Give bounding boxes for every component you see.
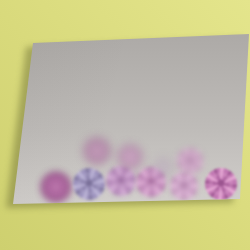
mizuhiki-knot (205, 168, 237, 200)
mizuhiki-knot (106, 166, 136, 196)
blurred-flower (83, 137, 111, 165)
mizuhiki-knot (177, 148, 203, 174)
photo-craft-flowers-under-sheet (0, 0, 250, 250)
pompom-flower (40, 171, 72, 203)
blurred-flower (117, 144, 143, 170)
blurred-flower (153, 157, 173, 177)
mizuhiki-knot (170, 172, 198, 200)
mizuhiki-knot (73, 168, 105, 200)
